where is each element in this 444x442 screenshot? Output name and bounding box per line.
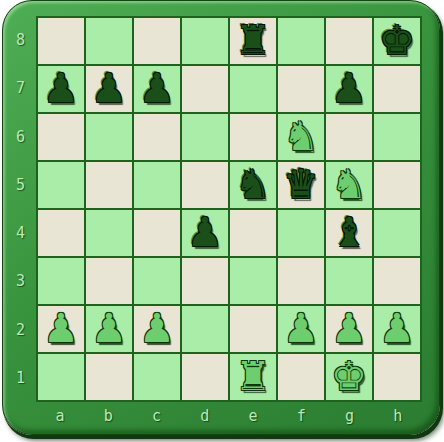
black-pawn-icon: ♟ [43,66,79,110]
square-c5[interactable] [134,162,180,208]
file-label: b [84,402,132,430]
white-pawn-icon: ♟ [331,306,367,350]
square-g2[interactable]: ♟ [326,306,372,352]
square-h7[interactable] [374,66,420,112]
white-pawn-icon: ♟ [139,306,175,350]
square-c4[interactable] [134,210,180,256]
square-a7[interactable]: ♟ [38,66,84,112]
square-b7[interactable]: ♟ [86,66,132,112]
rank-label: 1 [5,354,36,402]
white-pawn-icon: ♟ [379,306,415,350]
black-pawn-icon: ♟ [187,210,223,254]
square-b3[interactable] [86,258,132,304]
square-g8[interactable] [326,18,372,64]
square-b1[interactable] [86,354,132,400]
square-f6[interactable]: ♞ [278,114,324,160]
square-g6[interactable] [326,114,372,160]
square-d8[interactable] [182,18,228,64]
square-c8[interactable] [134,18,180,64]
page: 87654321 abcdefgh ♜♚♟♟♟♟♞♞♛♞♟♝♟♟♟♟♟♟♜♚ [0,0,444,442]
board-frame: 87654321 abcdefgh ♜♚♟♟♟♟♞♞♛♞♟♝♟♟♟♟♟♟♜♚ [2,0,440,435]
square-f7[interactable] [278,66,324,112]
square-g3[interactable] [326,258,372,304]
square-e2[interactable] [230,306,276,352]
square-f4[interactable] [278,210,324,256]
file-label: h [374,402,422,430]
square-e6[interactable] [230,114,276,160]
square-e8[interactable]: ♜ [230,18,276,64]
square-e3[interactable] [230,258,276,304]
rank-label: 2 [5,306,36,354]
file-label: f [277,402,325,430]
black-pawn-icon: ♟ [91,66,127,110]
square-d4[interactable]: ♟ [182,210,228,256]
square-h4[interactable] [374,210,420,256]
rank-label: 5 [5,161,36,209]
square-e7[interactable] [230,66,276,112]
square-b8[interactable] [86,18,132,64]
square-f2[interactable]: ♟ [278,306,324,352]
square-g4[interactable]: ♝ [326,210,372,256]
black-pawn-icon: ♟ [331,66,367,110]
square-c6[interactable] [134,114,180,160]
file-label: c [133,402,181,430]
square-h8[interactable]: ♚ [374,18,420,64]
file-label: d [181,402,229,430]
square-b2[interactable]: ♟ [86,306,132,352]
black-knight-icon: ♞ [235,162,271,206]
square-c3[interactable] [134,258,180,304]
white-king-icon: ♚ [331,354,367,398]
square-h2[interactable]: ♟ [374,306,420,352]
square-a1[interactable] [38,354,84,400]
white-knight-icon: ♞ [283,114,319,158]
rank-label: 6 [5,113,36,161]
square-b5[interactable] [86,162,132,208]
square-a8[interactable] [38,18,84,64]
square-d6[interactable] [182,114,228,160]
white-pawn-icon: ♟ [283,306,319,350]
white-rook-icon: ♜ [235,354,271,398]
square-a2[interactable]: ♟ [38,306,84,352]
black-pawn-icon: ♟ [139,66,175,110]
square-d1[interactable] [182,354,228,400]
square-h6[interactable] [374,114,420,160]
square-b4[interactable] [86,210,132,256]
square-e1[interactable]: ♜ [230,354,276,400]
black-queen-icon: ♛ [283,162,319,206]
square-h5[interactable] [374,162,420,208]
rank-label: 7 [5,64,36,112]
file-label: g [326,402,374,430]
square-c7[interactable]: ♟ [134,66,180,112]
chess-board: ♜♚♟♟♟♟♞♞♛♞♟♝♟♟♟♟♟♟♜♚ [36,16,422,402]
square-f5[interactable]: ♛ [278,162,324,208]
square-c1[interactable] [134,354,180,400]
square-a5[interactable] [38,162,84,208]
square-f3[interactable] [278,258,324,304]
square-g7[interactable]: ♟ [326,66,372,112]
white-pawn-icon: ♟ [91,306,127,350]
square-c2[interactable]: ♟ [134,306,180,352]
square-a4[interactable] [38,210,84,256]
square-f8[interactable] [278,18,324,64]
square-d7[interactable] [182,66,228,112]
square-a3[interactable] [38,258,84,304]
square-f1[interactable] [278,354,324,400]
rank-label: 4 [5,209,36,257]
file-label: e [229,402,277,430]
square-g1[interactable]: ♚ [326,354,372,400]
black-rook-icon: ♜ [235,18,271,62]
rank-label: 3 [5,257,36,305]
white-knight-icon: ♞ [331,162,367,206]
square-e4[interactable] [230,210,276,256]
black-bishop-icon: ♝ [331,210,367,254]
file-labels: abcdefgh [36,402,422,430]
square-g5[interactable]: ♞ [326,162,372,208]
square-d5[interactable] [182,162,228,208]
file-label: a [36,402,84,430]
rank-label: 8 [5,16,36,64]
white-pawn-icon: ♟ [43,306,79,350]
square-h3[interactable] [374,258,420,304]
square-e5[interactable]: ♞ [230,162,276,208]
square-b6[interactable] [86,114,132,160]
square-d2[interactable] [182,306,228,352]
rank-labels: 87654321 [5,16,36,402]
black-king-icon: ♚ [379,18,415,62]
square-h1[interactable] [374,354,420,400]
square-a6[interactable] [38,114,84,160]
square-d3[interactable] [182,258,228,304]
